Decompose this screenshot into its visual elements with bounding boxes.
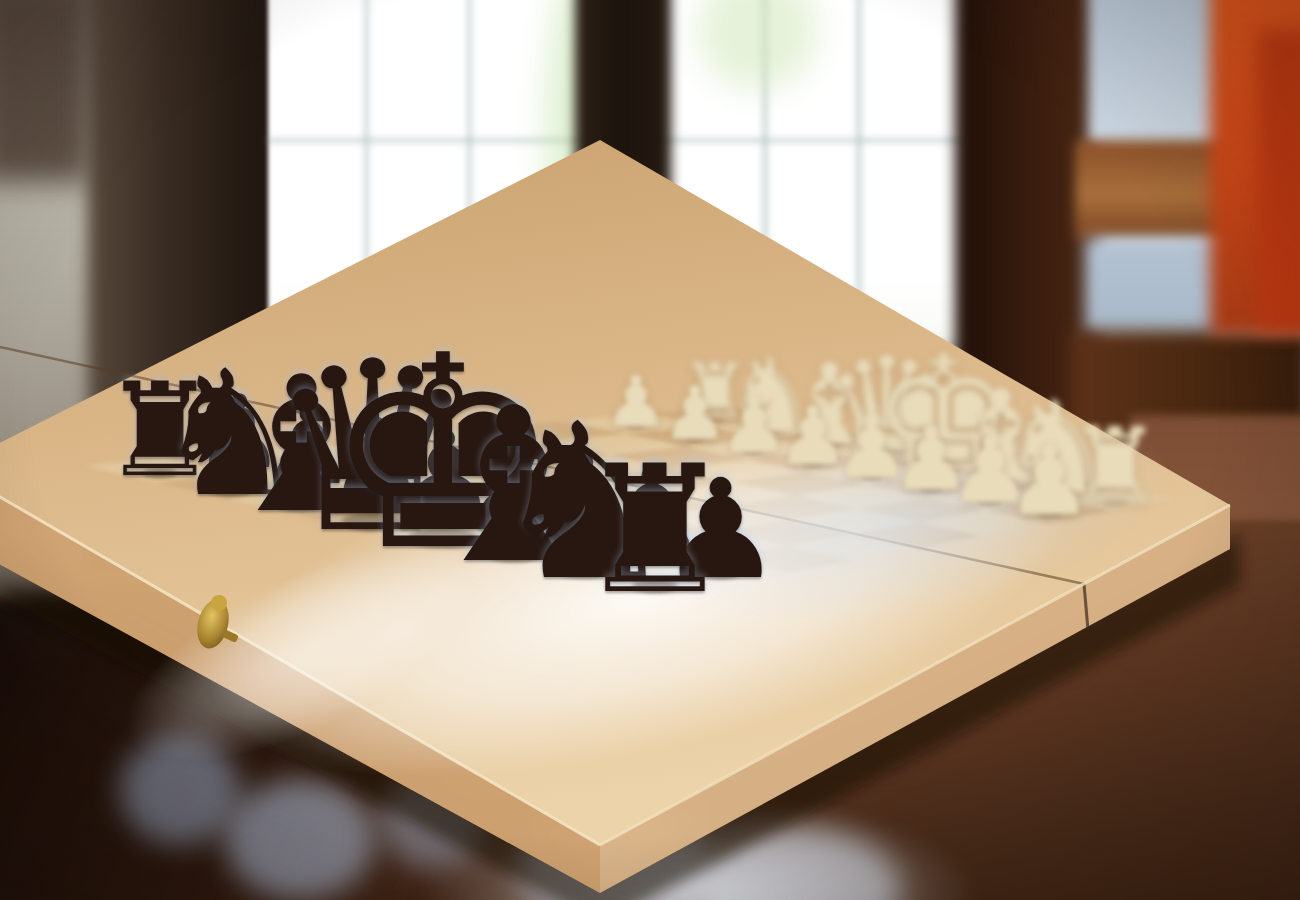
piece-shadow bbox=[703, 569, 738, 579]
piece-shadow bbox=[705, 416, 725, 422]
piece-shadow bbox=[208, 483, 253, 496]
piece-shadow bbox=[499, 523, 530, 532]
photo-chess-scene: ♜♞♝♛♚♝♞♜♟♟♟♟♟♟♟♟♟♟♟♟♟♟♟♟♜♞♝♛♚♝♞♜ bbox=[0, 0, 1300, 900]
piece-shadow bbox=[685, 436, 704, 442]
piece-shadow bbox=[294, 477, 321, 485]
piece-shadow bbox=[868, 449, 904, 460]
piece-shadow bbox=[861, 473, 883, 479]
piece-shadow bbox=[143, 468, 176, 478]
piece-shadow bbox=[409, 527, 478, 547]
piece-shadow bbox=[557, 562, 612, 578]
piece-shadow bbox=[277, 498, 325, 512]
piece-shadow bbox=[984, 473, 1017, 483]
piece-shadow bbox=[759, 427, 786, 435]
piece-shadow bbox=[486, 546, 541, 562]
piece-shadow bbox=[431, 507, 461, 516]
piece-shadow bbox=[567, 538, 600, 548]
piece-shadow bbox=[978, 498, 1002, 505]
chess-board bbox=[0, 0, 1300, 900]
piece-shadow bbox=[363, 492, 392, 500]
piece-shadow bbox=[342, 513, 403, 531]
piece-shadow bbox=[226, 461, 252, 469]
piece-shadow bbox=[803, 461, 824, 467]
piece-shadow bbox=[923, 460, 964, 472]
piece-shadow bbox=[744, 449, 764, 455]
piece-shadow bbox=[920, 486, 943, 493]
piece-shadow bbox=[1101, 498, 1128, 506]
piece-shadow bbox=[632, 579, 677, 592]
piece-shadow bbox=[815, 438, 844, 447]
piece-shadow bbox=[1041, 485, 1074, 495]
piece-shadow bbox=[1037, 510, 1062, 517]
piece-shadow bbox=[635, 553, 669, 563]
piece-shadow bbox=[627, 424, 645, 429]
